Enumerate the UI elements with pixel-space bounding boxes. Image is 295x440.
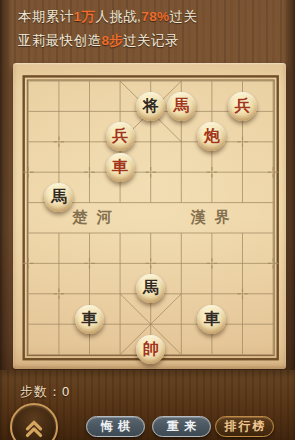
stat-text: 过关	[170, 9, 198, 24]
piece-character: 馬	[51, 187, 67, 208]
piece-red-horse[interactable]: 馬	[167, 92, 196, 121]
stat-text: 亚莉最快创造	[18, 33, 101, 48]
piece-black-general[interactable]: 将	[136, 92, 165, 121]
bottom-bar: 步数：0 悔棋 重来 排行榜	[0, 370, 295, 440]
stat-highlight: 8步	[101, 33, 123, 48]
piece-red-chariot[interactable]: 車	[106, 153, 135, 182]
move-counter: 步数：0	[20, 383, 70, 401]
piece-character: 炮	[204, 126, 220, 147]
move-counter-value: 0	[62, 384, 70, 399]
move-counter-label: 步数	[20, 384, 48, 399]
stat-line-2: 亚莉最快创造8步过关记录	[18, 29, 197, 53]
stat-line-1: 本期累计1万人挑战,78%过关	[18, 5, 197, 29]
xiangqi-board[interactable]: 楚河 漢界 将馬兵兵炮車馬馬車車帥	[13, 63, 286, 369]
stat-highlight: 78%	[141, 9, 169, 24]
leaderboard-button[interactable]: 排行榜	[215, 416, 274, 437]
piece-character: 馬	[173, 96, 189, 117]
piece-character: 馬	[143, 278, 159, 299]
piece-red-pawn[interactable]: 兵	[106, 122, 135, 151]
piece-character: 帥	[143, 339, 159, 360]
river-label-right: 漢界	[170, 208, 250, 227]
challenge-stats: 本期累计1万人挑战,78%过关 亚莉最快创造8步过关记录	[18, 5, 197, 53]
piece-black-chariot[interactable]: 車	[75, 305, 104, 334]
restart-button[interactable]: 重来	[152, 416, 211, 437]
move-counter-separator: ：	[48, 384, 62, 399]
app-root: 本期累计1万人挑战,78%过关 亚莉最快创造8步过关记录 楚河 漢界 将馬兵兵炮…	[0, 0, 295, 440]
stat-text: 人挑战,	[95, 9, 141, 24]
stat-text: 本期累计	[18, 9, 74, 24]
piece-character: 兵	[235, 96, 251, 117]
piece-black-chariot[interactable]: 車	[197, 305, 226, 334]
undo-button[interactable]: 悔棋	[86, 416, 145, 437]
collapse-button[interactable]	[10, 403, 58, 440]
piece-character: 車	[82, 309, 98, 330]
piece-character: 将	[143, 96, 159, 117]
piece-character: 車	[204, 309, 220, 330]
chevron-up-icon	[19, 412, 49, 440]
stat-highlight: 1万	[74, 9, 96, 24]
piece-red-pawn[interactable]: 兵	[228, 92, 257, 121]
stat-text: 过关记录	[123, 33, 179, 48]
piece-character: 兵	[112, 126, 128, 147]
piece-character: 車	[112, 157, 128, 178]
